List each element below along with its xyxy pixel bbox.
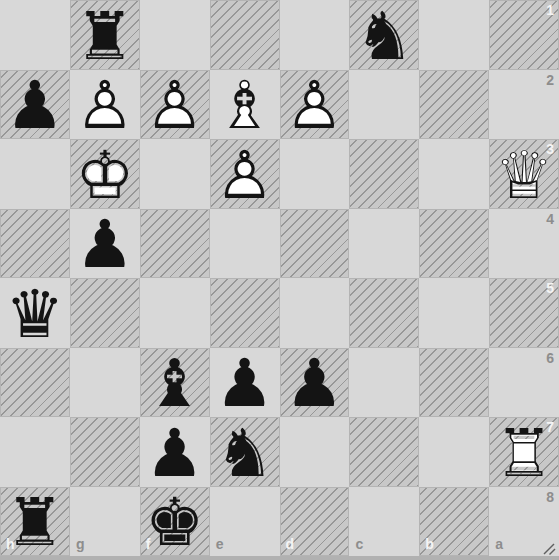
black-pawn-glyph: ♟ <box>285 351 344 417</box>
square-b6[interactable] <box>419 348 489 418</box>
square-f7[interactable]: ♟ <box>140 417 210 487</box>
square-d2[interactable]: ♙ <box>280 70 350 140</box>
square-d4[interactable] <box>280 209 350 279</box>
white-bishop-piece[interactable]: ♗ <box>210 70 280 140</box>
square-g6[interactable] <box>70 348 140 418</box>
rank-label-6: 6 <box>546 351 554 365</box>
square-f3[interactable] <box>140 139 210 209</box>
square-g2[interactable]: ♙ <box>70 70 140 140</box>
black-queen-glyph: ♛ <box>5 282 64 348</box>
file-label-b: b <box>425 537 434 551</box>
white-pawn-piece[interactable]: ♙ <box>280 70 350 140</box>
white-pawn-glyph: ♙ <box>75 73 134 139</box>
square-a5[interactable]: 5 <box>489 278 559 348</box>
square-h2[interactable]: ♟ <box>0 70 70 140</box>
rank-label-2: 2 <box>546 73 554 87</box>
white-bishop-glyph: ♗ <box>215 73 274 139</box>
file-label-d: d <box>286 537 295 551</box>
square-b3[interactable] <box>419 139 489 209</box>
square-h7[interactable] <box>0 417 70 487</box>
square-g7[interactable] <box>70 417 140 487</box>
file-label-f: f <box>146 537 151 551</box>
square-d1[interactable] <box>280 0 350 70</box>
square-c7[interactable] <box>349 417 419 487</box>
square-f8[interactable]: ♚f <box>140 487 210 557</box>
chess-board: ♜♞1♟♙♙♗♙2♔♙♕3♟4♛5♝♟♟6♟♞♖7♜hg♚fedcb8a <box>0 0 559 556</box>
square-g5[interactable] <box>70 278 140 348</box>
square-a2[interactable]: 2 <box>489 70 559 140</box>
square-c6[interactable] <box>349 348 419 418</box>
square-g3[interactable]: ♔ <box>70 139 140 209</box>
white-pawn-piece[interactable]: ♙ <box>140 70 210 140</box>
square-e4[interactable] <box>210 209 280 279</box>
rank-label-1: 1 <box>546 3 554 17</box>
square-d7[interactable] <box>280 417 350 487</box>
square-h5[interactable]: ♛ <box>0 278 70 348</box>
square-h1[interactable] <box>0 0 70 70</box>
black-pawn-piece[interactable]: ♟ <box>70 209 140 279</box>
black-bishop-glyph: ♝ <box>145 351 204 417</box>
white-queen-glyph: ♕ <box>494 143 553 209</box>
square-e5[interactable] <box>210 278 280 348</box>
square-a4[interactable]: 4 <box>489 209 559 279</box>
square-b5[interactable] <box>419 278 489 348</box>
rank-label-3: 3 <box>546 142 554 156</box>
rank-label-7: 7 <box>546 420 554 434</box>
bottom-strip <box>0 556 559 560</box>
rank-label-4: 4 <box>546 212 554 226</box>
square-b1[interactable] <box>419 0 489 70</box>
white-king-piece[interactable]: ♔ <box>70 139 140 209</box>
square-e6[interactable]: ♟ <box>210 348 280 418</box>
square-c3[interactable] <box>349 139 419 209</box>
file-label-g: g <box>76 537 85 551</box>
square-e1[interactable] <box>210 0 280 70</box>
square-f5[interactable] <box>140 278 210 348</box>
square-e7[interactable]: ♞ <box>210 417 280 487</box>
square-c8[interactable]: c <box>349 487 419 557</box>
white-pawn-glyph: ♙ <box>285 73 344 139</box>
square-a1[interactable]: 1 <box>489 0 559 70</box>
square-b8[interactable]: b <box>419 487 489 557</box>
white-pawn-piece[interactable]: ♙ <box>210 139 280 209</box>
square-e8[interactable]: e <box>210 487 280 557</box>
square-d3[interactable] <box>280 139 350 209</box>
file-label-c: c <box>355 537 363 551</box>
black-pawn-piece[interactable]: ♟ <box>140 417 210 487</box>
square-h6[interactable] <box>0 348 70 418</box>
square-f1[interactable] <box>140 0 210 70</box>
white-pawn-glyph: ♙ <box>215 143 274 209</box>
black-knight-piece[interactable]: ♞ <box>210 417 280 487</box>
white-pawn-piece[interactable]: ♙ <box>70 70 140 140</box>
square-g1[interactable]: ♜ <box>70 0 140 70</box>
square-b4[interactable] <box>419 209 489 279</box>
square-c1[interactable]: ♞ <box>349 0 419 70</box>
black-pawn-glyph: ♟ <box>5 73 64 139</box>
black-knight-piece[interactable]: ♞ <box>349 0 419 70</box>
square-b2[interactable] <box>419 70 489 140</box>
square-f2[interactable]: ♙ <box>140 70 210 140</box>
square-h8[interactable]: ♜h <box>0 487 70 557</box>
square-f6[interactable]: ♝ <box>140 348 210 418</box>
board-resize-handle-icon[interactable] <box>542 542 557 556</box>
black-king-glyph: ♚ <box>145 490 204 556</box>
square-c4[interactable] <box>349 209 419 279</box>
black-pawn-glyph: ♟ <box>145 421 204 487</box>
black-pawn-piece[interactable]: ♟ <box>210 348 280 418</box>
square-e2[interactable]: ♗ <box>210 70 280 140</box>
chess-app-page: ♜♞1♟♙♙♗♙2♔♙♕3♟4♛5♝♟♟6♟♞♖7♜hg♚fedcb8a <box>0 0 559 560</box>
square-a6[interactable]: 6 <box>489 348 559 418</box>
white-pawn-glyph: ♙ <box>145 73 204 139</box>
square-d8[interactable]: d <box>280 487 350 557</box>
white-king-glyph: ♔ <box>75 143 134 209</box>
white-rook-glyph: ♖ <box>494 421 553 487</box>
square-d5[interactable] <box>280 278 350 348</box>
file-label-h: h <box>6 537 15 551</box>
file-label-e: e <box>216 537 224 551</box>
file-label-a: a <box>495 537 503 551</box>
black-pawn-glyph: ♟ <box>215 351 274 417</box>
black-rook-glyph: ♜ <box>75 4 134 70</box>
black-bishop-piece[interactable]: ♝ <box>140 348 210 418</box>
square-a3[interactable]: ♕3 <box>489 139 559 209</box>
square-b7[interactable] <box>419 417 489 487</box>
square-h3[interactable] <box>0 139 70 209</box>
square-c2[interactable] <box>349 70 419 140</box>
square-e3[interactable]: ♙ <box>210 139 280 209</box>
black-rook-piece[interactable]: ♜ <box>70 0 140 70</box>
square-d6[interactable]: ♟ <box>280 348 350 418</box>
rank-label-5: 5 <box>546 281 554 295</box>
square-g4[interactable]: ♟ <box>70 209 140 279</box>
black-pawn-glyph: ♟ <box>75 212 134 278</box>
black-queen-piece[interactable]: ♛ <box>0 278 70 348</box>
black-knight-glyph: ♞ <box>215 421 274 487</box>
black-pawn-piece[interactable]: ♟ <box>0 70 70 140</box>
rank-label-8: 8 <box>546 490 554 504</box>
square-a7[interactable]: ♖7 <box>489 417 559 487</box>
square-h4[interactable] <box>0 209 70 279</box>
square-c5[interactable] <box>349 278 419 348</box>
square-f4[interactable] <box>140 209 210 279</box>
black-pawn-piece[interactable]: ♟ <box>280 348 350 418</box>
square-g8[interactable]: g <box>70 487 140 557</box>
black-knight-glyph: ♞ <box>355 4 414 70</box>
